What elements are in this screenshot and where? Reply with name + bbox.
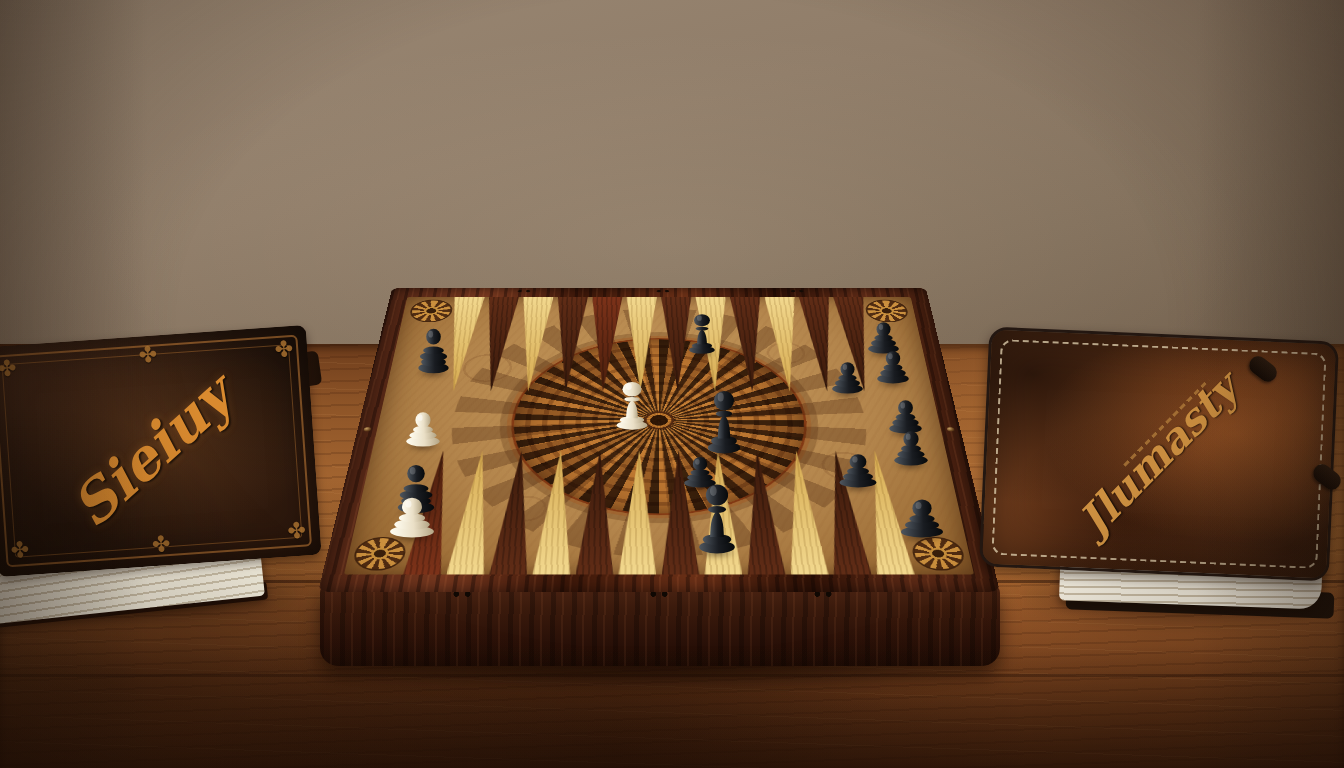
point-top-9[interactable] (730, 297, 769, 392)
point-bottom-9[interactable] (740, 450, 786, 574)
board-front-face (320, 584, 1000, 666)
point-bottom-11[interactable] (818, 450, 871, 574)
backgammon-board (318, 285, 1000, 592)
points-bottom-row (344, 450, 974, 574)
right-book-title: Jlumasty (982, 330, 1336, 579)
point-top-1[interactable] (437, 297, 484, 392)
left-book-title: Sieiuy (0, 325, 322, 577)
point-top-12[interactable] (833, 297, 880, 392)
points-top-row (386, 297, 933, 392)
right-book-cover: Jlumasty (979, 326, 1339, 581)
hinge-icon (514, 290, 533, 293)
point-bottom-7[interactable] (661, 450, 699, 574)
point-bottom-6[interactable] (619, 450, 657, 574)
hinge-icon (654, 290, 673, 293)
board-surface (318, 288, 1000, 592)
point-top-2[interactable] (474, 297, 519, 392)
point-bottom-4[interactable] (532, 450, 578, 574)
hinge-icon (787, 290, 806, 293)
point-top-10[interactable] (764, 297, 806, 392)
screw-icon (947, 427, 955, 431)
playing-field (344, 297, 974, 574)
scene: ✤ ✤ ✤ ✤ ✤ ✤ Sieiuy Jlumasty (0, 0, 1344, 768)
point-bottom-5[interactable] (576, 450, 618, 574)
point-bottom-8[interactable] (701, 450, 743, 574)
point-top-3[interactable] (512, 297, 554, 392)
left-book-cover: ✤ ✤ ✤ ✤ ✤ ✤ Sieiuy (0, 325, 322, 577)
point-bottom-10[interactable] (779, 450, 828, 574)
point-top-5[interactable] (587, 297, 623, 392)
point-top-7[interactable] (661, 297, 694, 392)
point-top-8[interactable] (696, 297, 732, 392)
point-top-6[interactable] (624, 297, 657, 392)
point-bottom-2[interactable] (446, 450, 499, 574)
point-top-4[interactable] (549, 297, 588, 392)
point-bottom-3[interactable] (489, 450, 538, 574)
point-top-11[interactable] (799, 297, 844, 392)
screw-icon (363, 427, 371, 431)
